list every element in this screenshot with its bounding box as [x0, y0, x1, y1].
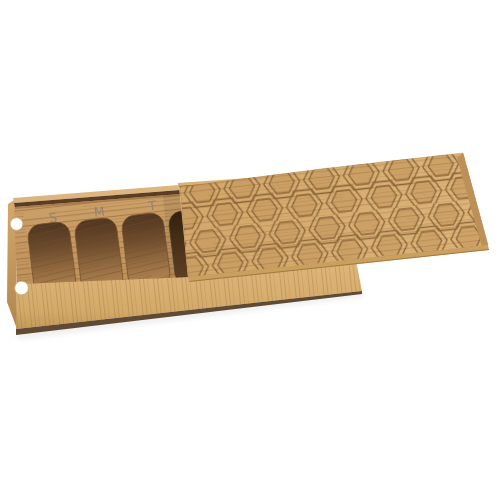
label-t: T [147, 198, 158, 214]
magnet-hole-top [10, 218, 23, 231]
label-m: M [93, 203, 106, 219]
magnet-hole-bottom [15, 281, 29, 295]
product-photo-stage: S M T [0, 0, 500, 500]
pill-box-illustration: S M T [0, 0, 500, 500]
